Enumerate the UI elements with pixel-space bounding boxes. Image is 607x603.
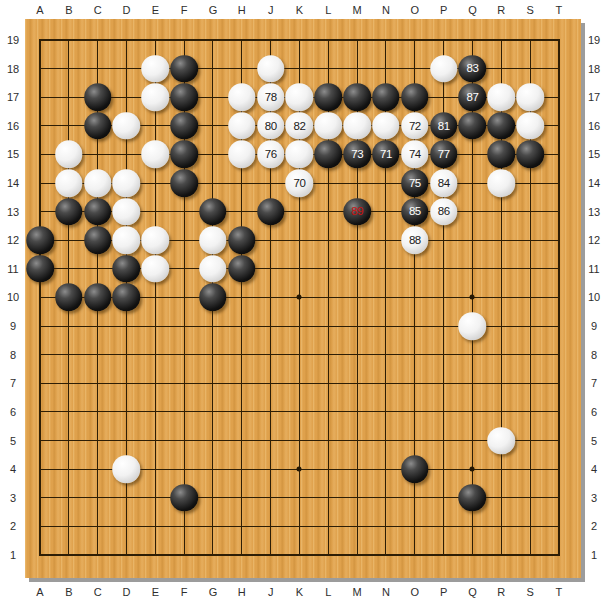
row-label-right-3: 3 [591, 492, 597, 504]
white-stone-D13 [113, 198, 141, 226]
col-label-top-T: T [556, 4, 563, 16]
move-number-76: 76 [265, 148, 277, 160]
white-stone-C14 [84, 169, 112, 197]
white-stone-L16 [315, 112, 343, 140]
black-stone-F16 [170, 112, 198, 140]
black-stone-C10 [84, 284, 112, 312]
white-stone-K15 [286, 141, 314, 169]
col-label-bottom-J: J [268, 586, 274, 598]
white-stone-J17: 78 [257, 83, 285, 111]
col-label-bottom-L: L [325, 586, 331, 598]
col-label-top-M: M [353, 4, 362, 16]
col-label-top-F: F [181, 4, 188, 16]
star-point-K4 [297, 467, 302, 472]
black-stone-B10 [55, 284, 83, 312]
row-label-left-16: 16 [7, 120, 19, 132]
black-stone-L15 [315, 141, 343, 169]
col-label-top-R: R [497, 4, 505, 16]
black-stone-O13: 85 [401, 198, 429, 226]
col-label-top-Q: Q [468, 4, 477, 16]
row-label-right-7: 7 [591, 377, 597, 389]
col-label-bottom-G: G [209, 586, 218, 598]
black-stone-F3 [170, 484, 198, 512]
col-label-bottom-D: D [123, 586, 131, 598]
black-stone-P16: 81 [430, 112, 458, 140]
col-label-top-H: H [238, 4, 246, 16]
black-stone-D10 [113, 284, 141, 312]
move-number-86: 86 [438, 206, 450, 218]
row-label-left-14: 14 [7, 177, 19, 189]
white-stone-R14 [488, 169, 516, 197]
row-label-right-17: 17 [588, 91, 600, 103]
move-number-88: 88 [409, 234, 421, 246]
row-label-left-15: 15 [7, 148, 19, 160]
move-number-85: 85 [409, 206, 421, 218]
col-label-bottom-B: B [65, 586, 72, 598]
white-stone-B15 [55, 141, 83, 169]
black-stone-H11 [228, 255, 256, 283]
col-label-top-J: J [268, 4, 274, 16]
move-number-72: 72 [409, 120, 421, 132]
row-label-left-9: 9 [10, 320, 16, 332]
black-stone-O17 [401, 83, 429, 111]
move-number-80: 80 [265, 120, 277, 132]
row-label-right-13: 13 [588, 206, 600, 218]
col-label-bottom-F: F [181, 586, 188, 598]
white-stone-D12 [113, 227, 141, 255]
black-stone-S15 [516, 141, 544, 169]
white-stone-O15: 74 [401, 141, 429, 169]
white-stone-K14: 70 [286, 169, 314, 197]
col-label-bottom-E: E [152, 586, 159, 598]
black-stone-C13 [84, 198, 112, 226]
white-stone-E17 [142, 83, 170, 111]
row-label-left-10: 10 [7, 291, 19, 303]
black-stone-G13 [199, 198, 227, 226]
white-stone-H16 [228, 112, 256, 140]
white-stone-E15 [142, 141, 170, 169]
row-label-left-19: 19 [7, 34, 19, 46]
black-stone-F17 [170, 83, 198, 111]
row-label-right-6: 6 [591, 406, 597, 418]
black-stone-C12 [84, 227, 112, 255]
black-stone-J13 [257, 198, 285, 226]
black-stone-Q16 [459, 112, 487, 140]
white-stone-D16 [113, 112, 141, 140]
star-point-K10 [297, 295, 302, 300]
black-stone-D11 [113, 255, 141, 283]
white-stone-J16: 80 [257, 112, 285, 140]
move-number-89: 89 [351, 206, 363, 218]
black-stone-Q3 [459, 484, 487, 512]
row-label-right-5: 5 [591, 435, 597, 447]
white-stone-S16 [516, 112, 544, 140]
move-number-70: 70 [294, 177, 306, 189]
star-point-Q10 [470, 295, 475, 300]
white-stone-K17 [286, 83, 314, 111]
col-label-top-S: S [526, 4, 533, 16]
col-label-top-G: G [209, 4, 218, 16]
col-label-bottom-Q: Q [468, 586, 477, 598]
col-label-bottom-M: M [353, 586, 362, 598]
row-label-right-8: 8 [591, 349, 597, 361]
col-label-top-N: N [382, 4, 390, 16]
row-label-right-4: 4 [591, 463, 597, 475]
black-stone-N17 [372, 83, 400, 111]
white-stone-P18 [430, 55, 458, 83]
black-stone-M13: 89 [343, 198, 371, 226]
white-stone-D14 [113, 169, 141, 197]
row-label-left-1: 1 [10, 549, 16, 561]
white-stone-R17 [488, 83, 516, 111]
black-stone-R15 [488, 141, 516, 169]
row-label-right-1: 1 [591, 549, 597, 561]
go-diagram: 83788780827281767371747770758489858688 A… [0, 0, 607, 603]
row-label-left-12: 12 [7, 234, 19, 246]
row-label-left-4: 4 [10, 463, 16, 475]
col-label-bottom-S: S [526, 586, 533, 598]
white-stone-M16 [343, 112, 371, 140]
col-label-top-K: K [296, 4, 303, 16]
white-stone-E12 [142, 227, 170, 255]
row-label-left-5: 5 [10, 435, 16, 447]
white-stone-H15 [228, 141, 256, 169]
row-label-left-8: 8 [10, 349, 16, 361]
black-stone-O4 [401, 455, 429, 483]
col-label-bottom-K: K [296, 586, 303, 598]
black-stone-B13 [55, 198, 83, 226]
black-stone-G10 [199, 284, 227, 312]
black-stone-L17 [315, 83, 343, 111]
col-label-top-P: P [440, 4, 447, 16]
row-label-right-16: 16 [588, 120, 600, 132]
white-stone-Q9 [459, 312, 487, 340]
black-stone-M15: 73 [343, 141, 371, 169]
row-label-right-19: 19 [588, 34, 600, 46]
col-label-top-E: E [152, 4, 159, 16]
white-stone-P14: 84 [430, 169, 458, 197]
white-stone-B14 [55, 169, 83, 197]
go-board[interactable]: 83788780827281767371747770758489858688 [25, 19, 581, 578]
black-stone-C16 [84, 112, 112, 140]
row-label-right-2: 2 [591, 520, 597, 532]
row-label-right-11: 11 [588, 263, 599, 275]
row-label-left-17: 17 [7, 91, 19, 103]
black-stone-F14 [170, 169, 198, 197]
white-stone-O16: 72 [401, 112, 429, 140]
col-label-bottom-R: R [497, 586, 505, 598]
move-number-87: 87 [467, 91, 479, 103]
white-stone-J15: 76 [257, 141, 285, 169]
white-stone-N16 [372, 112, 400, 140]
white-stone-G12 [199, 227, 227, 255]
black-stone-O14: 75 [401, 169, 429, 197]
row-label-left-13: 13 [7, 206, 19, 218]
move-number-77: 77 [438, 148, 450, 160]
move-number-75: 75 [409, 177, 421, 189]
black-stone-A12 [26, 227, 54, 255]
row-label-left-18: 18 [7, 63, 19, 75]
white-stone-D4 [113, 455, 141, 483]
white-stone-R5 [488, 427, 516, 455]
black-stone-M17 [343, 83, 371, 111]
white-stone-E18 [142, 55, 170, 83]
black-stone-A11 [26, 255, 54, 283]
row-label-left-7: 7 [10, 377, 16, 389]
black-stone-P15: 77 [430, 141, 458, 169]
white-stone-P13: 86 [430, 198, 458, 226]
white-stone-J18 [257, 55, 285, 83]
row-label-left-2: 2 [10, 520, 16, 532]
white-stone-G11 [199, 255, 227, 283]
row-label-left-11: 11 [7, 263, 18, 275]
row-label-left-3: 3 [10, 492, 16, 504]
col-label-top-O: O [411, 4, 420, 16]
col-label-top-D: D [123, 4, 131, 16]
star-point-Q4 [470, 467, 475, 472]
col-label-bottom-C: C [94, 586, 102, 598]
col-label-bottom-O: O [411, 586, 420, 598]
col-label-bottom-A: A [36, 586, 43, 598]
black-stone-H12 [228, 227, 256, 255]
black-stone-R16 [488, 112, 516, 140]
row-label-right-14: 14 [588, 177, 600, 189]
col-label-bottom-P: P [440, 586, 447, 598]
move-number-71: 71 [380, 148, 392, 160]
white-stone-E11 [142, 255, 170, 283]
white-stone-O12: 88 [401, 227, 429, 255]
col-label-bottom-T: T [556, 586, 563, 598]
black-stone-N15: 71 [372, 141, 400, 169]
white-stone-H17 [228, 83, 256, 111]
row-label-right-18: 18 [588, 63, 600, 75]
black-stone-Q17: 87 [459, 83, 487, 111]
move-number-78: 78 [265, 91, 277, 103]
black-stone-Q18: 83 [459, 55, 487, 83]
row-label-right-9: 9 [591, 320, 597, 332]
black-stone-C17 [84, 83, 112, 111]
white-stone-K16: 82 [286, 112, 314, 140]
col-label-top-L: L [325, 4, 331, 16]
row-label-right-15: 15 [588, 148, 600, 160]
black-stone-F15 [170, 141, 198, 169]
row-label-right-10: 10 [588, 291, 600, 303]
move-number-82: 82 [294, 120, 306, 132]
move-number-84: 84 [438, 177, 450, 189]
row-label-left-6: 6 [10, 406, 16, 418]
col-label-bottom-N: N [382, 586, 390, 598]
move-number-74: 74 [409, 148, 421, 160]
col-label-top-A: A [36, 4, 43, 16]
col-label-top-B: B [65, 4, 72, 16]
move-number-81: 81 [438, 120, 450, 132]
row-label-right-12: 12 [588, 234, 600, 246]
col-label-bottom-H: H [238, 586, 246, 598]
move-number-73: 73 [351, 148, 363, 160]
col-label-top-C: C [94, 4, 102, 16]
white-stone-S17 [516, 83, 544, 111]
black-stone-F18 [170, 55, 198, 83]
move-number-83: 83 [467, 63, 479, 75]
